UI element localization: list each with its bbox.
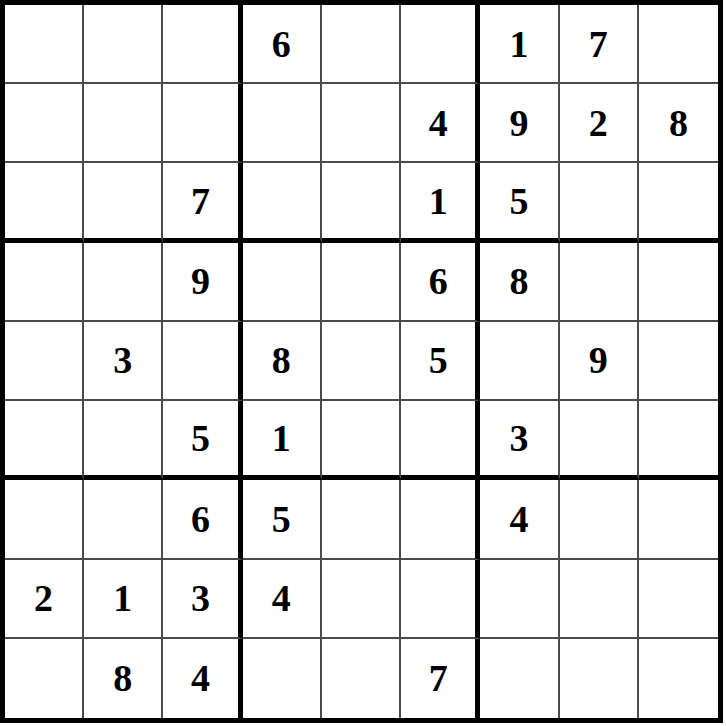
- cell-r3c1[interactable]: [5, 163, 84, 242]
- given-digit: 8: [272, 341, 291, 379]
- cell-r3c5[interactable]: [322, 163, 401, 242]
- cell-r8c1[interactable]: 2: [5, 560, 84, 639]
- cell-r6c1[interactable]: [5, 401, 84, 480]
- given-digit: 1: [272, 419, 291, 457]
- given-digit: 6: [429, 262, 448, 300]
- cell-r4c7[interactable]: 8: [480, 243, 559, 322]
- cell-r1c4[interactable]: 6: [243, 5, 322, 84]
- given-digit: 4: [509, 500, 528, 538]
- cell-r5c6[interactable]: 5: [401, 322, 480, 401]
- given-digit: 1: [113, 579, 132, 617]
- given-digit: 6: [191, 500, 210, 538]
- cell-r6c8[interactable]: [560, 401, 639, 480]
- cell-r3c4[interactable]: [243, 163, 322, 242]
- cell-r7c9[interactable]: [639, 480, 718, 559]
- cell-r2c1[interactable]: [5, 84, 84, 163]
- cell-r4c5[interactable]: [322, 243, 401, 322]
- cell-r1c6[interactable]: [401, 5, 480, 84]
- cell-r1c8[interactable]: 7: [560, 5, 639, 84]
- cell-r5c9[interactable]: [639, 322, 718, 401]
- cell-r2c2[interactable]: [84, 84, 163, 163]
- cell-r8c3[interactable]: 3: [163, 560, 242, 639]
- given-digit: 1: [509, 25, 528, 63]
- cell-r1c2[interactable]: [84, 5, 163, 84]
- cell-r6c3[interactable]: 5: [163, 401, 242, 480]
- cell-r9c8[interactable]: [560, 639, 639, 718]
- cell-r8c8[interactable]: [560, 560, 639, 639]
- cell-r5c5[interactable]: [322, 322, 401, 401]
- cell-r4c4[interactable]: [243, 243, 322, 322]
- cell-r4c6[interactable]: 6: [401, 243, 480, 322]
- given-digit: 5: [429, 341, 448, 379]
- given-digit: 4: [272, 579, 291, 617]
- given-digit: 2: [34, 579, 53, 617]
- cell-r6c6[interactable]: [401, 401, 480, 480]
- cell-r2c8[interactable]: 2: [560, 84, 639, 163]
- cell-r6c2[interactable]: [84, 401, 163, 480]
- cell-r3c9[interactable]: [639, 163, 718, 242]
- cell-r5c2[interactable]: 3: [84, 322, 163, 401]
- cell-r7c7[interactable]: 4: [480, 480, 559, 559]
- cell-r9c9[interactable]: [639, 639, 718, 718]
- cell-r1c1[interactable]: [5, 5, 84, 84]
- cell-r4c2[interactable]: [84, 243, 163, 322]
- cell-r9c7[interactable]: [480, 639, 559, 718]
- given-digit: 8: [509, 262, 528, 300]
- given-digit: 3: [509, 419, 528, 457]
- cell-r7c2[interactable]: [84, 480, 163, 559]
- given-digit: 9: [589, 341, 608, 379]
- cell-r1c3[interactable]: [163, 5, 242, 84]
- cell-r6c7[interactable]: 3: [480, 401, 559, 480]
- cell-r5c7[interactable]: [480, 322, 559, 401]
- cell-r5c3[interactable]: [163, 322, 242, 401]
- cell-r8c2[interactable]: 1: [84, 560, 163, 639]
- cell-r8c6[interactable]: [401, 560, 480, 639]
- cell-r3c3[interactable]: 7: [163, 163, 242, 242]
- cell-r3c6[interactable]: 1: [401, 163, 480, 242]
- given-digit: 9: [509, 104, 528, 142]
- given-digit: 5: [509, 182, 528, 220]
- given-digit: 4: [429, 104, 448, 142]
- given-digit: 6: [272, 25, 291, 63]
- cell-r7c6[interactable]: [401, 480, 480, 559]
- given-digit: 4: [191, 659, 210, 697]
- given-digit: 3: [113, 341, 132, 379]
- cell-r8c9[interactable]: [639, 560, 718, 639]
- cell-r7c1[interactable]: [5, 480, 84, 559]
- cell-r1c5[interactable]: [322, 5, 401, 84]
- sudoku-board: 617492871596838595136542134847: [0, 0, 723, 723]
- given-digit: 9: [191, 262, 210, 300]
- cell-r8c4[interactable]: 4: [243, 560, 322, 639]
- given-digit: 5: [272, 500, 291, 538]
- cell-r7c5[interactable]: [322, 480, 401, 559]
- cell-r8c7[interactable]: [480, 560, 559, 639]
- cell-r6c4[interactable]: 1: [243, 401, 322, 480]
- given-digit: 8: [669, 104, 688, 142]
- given-digit: 7: [191, 182, 210, 220]
- cell-r8c5[interactable]: [322, 560, 401, 639]
- given-digit: 8: [113, 659, 132, 697]
- given-digit: 3: [191, 579, 210, 617]
- cell-r1c7[interactable]: 1: [480, 5, 559, 84]
- cell-r7c8[interactable]: [560, 480, 639, 559]
- given-digit: 5: [191, 419, 210, 457]
- cell-r2c7[interactable]: 9: [480, 84, 559, 163]
- cell-r4c8[interactable]: [560, 243, 639, 322]
- cell-r5c4[interactable]: 8: [243, 322, 322, 401]
- cell-r9c2[interactable]: 8: [84, 639, 163, 718]
- cell-r3c8[interactable]: [560, 163, 639, 242]
- cell-r2c4[interactable]: [243, 84, 322, 163]
- cell-r5c1[interactable]: [5, 322, 84, 401]
- cell-r4c3[interactable]: 9: [163, 243, 242, 322]
- given-digit: 2: [589, 104, 608, 142]
- cell-r6c5[interactable]: [322, 401, 401, 480]
- cell-r2c5[interactable]: [322, 84, 401, 163]
- cell-r3c2[interactable]: [84, 163, 163, 242]
- cell-r9c3[interactable]: 4: [163, 639, 242, 718]
- cell-r2c9[interactable]: 8: [639, 84, 718, 163]
- cell-r9c4[interactable]: [243, 639, 322, 718]
- cell-r1c9[interactable]: [639, 5, 718, 84]
- cell-r7c4[interactable]: 5: [243, 480, 322, 559]
- given-digit: 7: [429, 659, 448, 697]
- cell-r9c5[interactable]: [322, 639, 401, 718]
- given-digit: 1: [429, 182, 448, 220]
- cell-r9c1[interactable]: [5, 639, 84, 718]
- cell-r5c8[interactable]: 9: [560, 322, 639, 401]
- cell-r7c3[interactable]: 6: [163, 480, 242, 559]
- cell-r4c9[interactable]: [639, 243, 718, 322]
- cell-r2c6[interactable]: 4: [401, 84, 480, 163]
- cell-r3c7[interactable]: 5: [480, 163, 559, 242]
- given-digit: 7: [589, 25, 608, 63]
- cell-r2c3[interactable]: [163, 84, 242, 163]
- cell-r9c6[interactable]: 7: [401, 639, 480, 718]
- cell-r6c9[interactable]: [639, 401, 718, 480]
- cell-r4c1[interactable]: [5, 243, 84, 322]
